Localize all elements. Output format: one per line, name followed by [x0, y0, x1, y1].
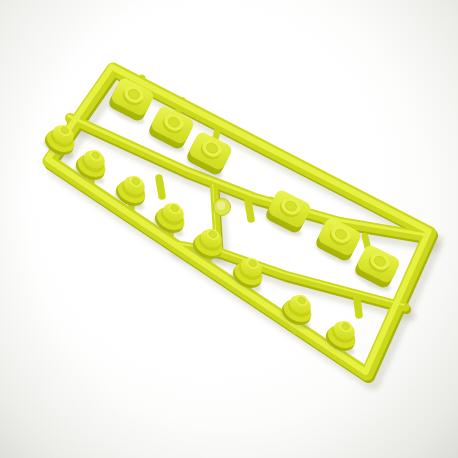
gate-stub [248, 201, 251, 219]
sprue-layer-main [49, 69, 430, 374]
injection-gate-nub [214, 199, 231, 216]
sprue-layer-highlight [48, 67, 429, 372]
product-photo [0, 0, 458, 458]
sprue-frame-highlight [48, 67, 429, 372]
gate-stub [159, 178, 162, 196]
sprue-frame-main [49, 69, 430, 374]
gate-stub [357, 299, 359, 315]
parts-sprue-illustration [0, 0, 458, 458]
square-cap-6 [351, 243, 404, 295]
square-cap-4 [262, 188, 315, 240]
